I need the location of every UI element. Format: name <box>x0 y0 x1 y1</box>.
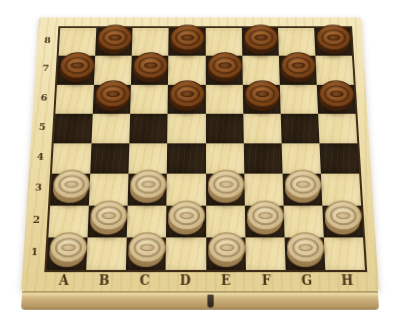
square-g5[interactable] <box>280 114 319 144</box>
square-e3[interactable] <box>206 174 245 205</box>
square-d1[interactable] <box>166 237 206 270</box>
file-label-c: C <box>124 270 165 291</box>
square-h1[interactable] <box>324 237 365 270</box>
square-a3[interactable] <box>50 174 90 205</box>
rank-label-5: 5 <box>31 112 54 142</box>
square-d8[interactable] <box>169 28 206 56</box>
piece-dark-f8[interactable] <box>243 24 276 53</box>
piece-top <box>316 24 352 50</box>
piece-top <box>318 81 355 108</box>
square-d4[interactable] <box>167 143 205 174</box>
square-f5[interactable] <box>243 114 281 144</box>
piece-dark-f6[interactable] <box>244 81 278 112</box>
piece-light-g3[interactable] <box>284 170 320 203</box>
rank-label-3: 3 <box>27 172 50 203</box>
piece-dark-a7[interactable] <box>59 52 93 82</box>
piece-top <box>208 233 246 263</box>
square-a7[interactable] <box>57 56 95 84</box>
square-c6[interactable] <box>130 84 168 113</box>
piece-top <box>207 52 242 78</box>
photo-background: 87654321 ABCDEFGH <box>0 0 400 323</box>
board-grid <box>44 26 367 272</box>
file-label-g: G <box>286 270 327 291</box>
square-e1[interactable] <box>206 237 246 270</box>
square-b1[interactable] <box>86 237 127 270</box>
piece-top <box>244 81 280 108</box>
piece-dark-e7[interactable] <box>207 52 240 82</box>
piece-top <box>280 52 316 78</box>
piece-dark-b8[interactable] <box>97 24 130 53</box>
piece-top <box>133 52 168 78</box>
file-label-f: F <box>246 270 287 291</box>
piece-light-e1[interactable] <box>208 233 244 268</box>
piece-dark-d6[interactable] <box>170 81 203 112</box>
piece-dark-h8[interactable] <box>316 24 350 53</box>
square-g6[interactable] <box>280 84 318 113</box>
piece-light-d2[interactable] <box>169 201 204 235</box>
square-d2[interactable] <box>166 205 205 237</box>
square-h6[interactable] <box>317 84 356 113</box>
piece-dark-b6[interactable] <box>95 81 129 112</box>
checkers-board: 87654321 ABCDEFGH <box>20 18 380 309</box>
piece-light-e3[interactable] <box>208 170 243 203</box>
piece-light-f2[interactable] <box>246 201 282 235</box>
piece-light-c1[interactable] <box>128 233 164 268</box>
square-b2[interactable] <box>88 205 128 237</box>
box-latch <box>207 295 213 308</box>
square-a6[interactable] <box>55 84 94 113</box>
rank-label-6: 6 <box>33 83 55 112</box>
square-b8[interactable] <box>95 28 132 56</box>
rank-label-2: 2 <box>25 203 48 235</box>
piece-top <box>324 201 362 231</box>
board-lid: 87654321 ABCDEFGH <box>21 18 379 292</box>
square-f8[interactable] <box>241 28 278 56</box>
square-g3[interactable] <box>282 174 322 205</box>
square-c7[interactable] <box>131 56 168 84</box>
square-a5[interactable] <box>54 114 93 144</box>
piece-light-a1[interactable] <box>49 233 86 268</box>
piece-top <box>284 170 322 199</box>
square-a1[interactable] <box>46 237 87 270</box>
square-h5[interactable] <box>318 114 357 144</box>
piece-light-a3[interactable] <box>52 170 88 203</box>
piece-top <box>286 233 324 263</box>
square-c1[interactable] <box>126 237 166 270</box>
square-b4[interactable] <box>90 143 129 174</box>
piece-top <box>169 201 206 231</box>
square-b5[interactable] <box>92 114 131 144</box>
piece-light-b2[interactable] <box>90 201 126 235</box>
square-d5[interactable] <box>168 114 206 144</box>
piece-top <box>243 24 278 50</box>
rank-label-4: 4 <box>29 141 52 171</box>
square-d6[interactable] <box>168 84 206 113</box>
piece-dark-h6[interactable] <box>318 81 353 112</box>
board-box-side <box>21 291 379 309</box>
square-f4[interactable] <box>243 143 282 174</box>
square-c5[interactable] <box>130 114 168 144</box>
piece-top <box>170 81 205 108</box>
rank-label-8: 8 <box>37 26 59 54</box>
square-e6[interactable] <box>205 84 243 113</box>
square-h8[interactable] <box>314 28 352 56</box>
rank-label-1: 1 <box>23 235 47 268</box>
file-labels: ABCDEFGH <box>43 270 368 291</box>
file-label-a: A <box>43 270 85 291</box>
square-g7[interactable] <box>279 56 317 84</box>
square-e7[interactable] <box>205 56 242 84</box>
square-g1[interactable] <box>284 237 325 270</box>
piece-dark-d8[interactable] <box>171 24 204 53</box>
piece-light-g1[interactable] <box>286 233 323 268</box>
square-b6[interactable] <box>93 84 131 113</box>
square-f2[interactable] <box>244 205 284 237</box>
piece-top <box>171 24 206 50</box>
file-label-e: E <box>206 270 247 291</box>
file-label-h: H <box>327 270 369 291</box>
piece-top <box>208 170 245 199</box>
square-f1[interactable] <box>245 237 285 270</box>
square-c3[interactable] <box>128 174 167 205</box>
square-h2[interactable] <box>322 205 363 237</box>
piece-dark-g7[interactable] <box>280 52 314 82</box>
piece-top <box>246 201 284 231</box>
square-h4[interactable] <box>319 143 359 174</box>
piece-light-h2[interactable] <box>324 201 361 235</box>
square-f6[interactable] <box>242 84 280 113</box>
rank-label-7: 7 <box>35 54 57 82</box>
piece-dark-c7[interactable] <box>133 52 166 82</box>
piece-light-c3[interactable] <box>130 170 165 203</box>
file-label-d: D <box>165 270 206 291</box>
square-e5[interactable] <box>205 114 243 144</box>
file-label-b: B <box>84 270 125 291</box>
